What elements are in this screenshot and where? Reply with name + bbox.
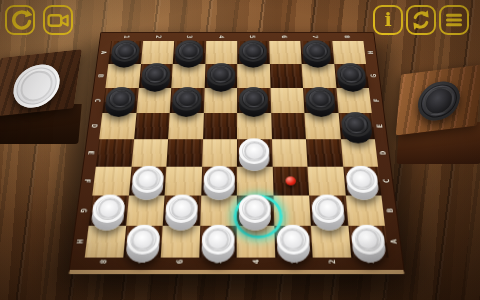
black-piece-A7[interactable]	[302, 42, 331, 64]
left-piece-tray	[0, 54, 88, 146]
white-piece-G1[interactable]	[91, 196, 126, 224]
info-button[interactable]: i	[373, 5, 403, 35]
black-piece-B4[interactable]	[206, 65, 235, 87]
white-tray-piece	[11, 62, 63, 110]
black-piece-B8[interactable]	[336, 65, 367, 87]
info-icon: i	[384, 10, 391, 29]
white-piece-H6[interactable]	[276, 227, 310, 257]
left-tray-top	[0, 49, 82, 117]
restart-icon	[409, 8, 433, 32]
checkers-board: 12345678 87654321 ABCDEFGH HGFEDCBA	[68, 32, 405, 274]
black-piece-C3[interactable]	[172, 89, 202, 112]
hamburger-menu-icon	[442, 8, 466, 32]
record-video-button[interactable]	[43, 5, 73, 35]
rotate-view-button[interactable]	[5, 5, 35, 35]
move-target-marker[interactable]	[285, 176, 296, 185]
white-piece-F8[interactable]	[345, 168, 379, 195]
restart-button[interactable]	[406, 5, 436, 35]
white-piece-G7[interactable]	[312, 196, 346, 224]
black-piece-A1[interactable]	[111, 42, 141, 64]
black-piece-C5[interactable]	[239, 89, 268, 112]
white-tray-piece-ring	[18, 69, 55, 103]
black-piece-C7[interactable]	[305, 89, 336, 112]
black-piece-D8[interactable]	[340, 114, 372, 139]
black-piece-A3[interactable]	[175, 42, 204, 64]
black-piece-C1[interactable]	[105, 89, 136, 112]
white-piece-E5[interactable]	[239, 140, 270, 166]
black-tray-piece	[416, 79, 461, 123]
white-piece-H2[interactable]	[125, 227, 160, 257]
black-tray-piece-ring	[423, 85, 455, 117]
rotate-icon	[8, 8, 32, 32]
file-labels-top: 12345678	[111, 33, 363, 41]
white-piece-H4[interactable]	[201, 227, 234, 257]
black-piece-B2[interactable]	[141, 65, 171, 87]
white-piece-G3[interactable]	[165, 196, 198, 224]
video-camera-icon	[46, 8, 70, 32]
menu-button[interactable]	[439, 5, 469, 35]
right-tray-top	[396, 64, 480, 135]
white-piece-H8[interactable]	[350, 227, 386, 257]
white-piece-F2[interactable]	[131, 168, 164, 195]
white-piece-G5[interactable]	[239, 196, 271, 224]
pieces-layer	[85, 41, 389, 258]
white-piece-F4[interactable]	[203, 168, 235, 195]
black-piece-A5[interactable]	[239, 42, 267, 64]
right-piece-tray	[398, 70, 480, 164]
